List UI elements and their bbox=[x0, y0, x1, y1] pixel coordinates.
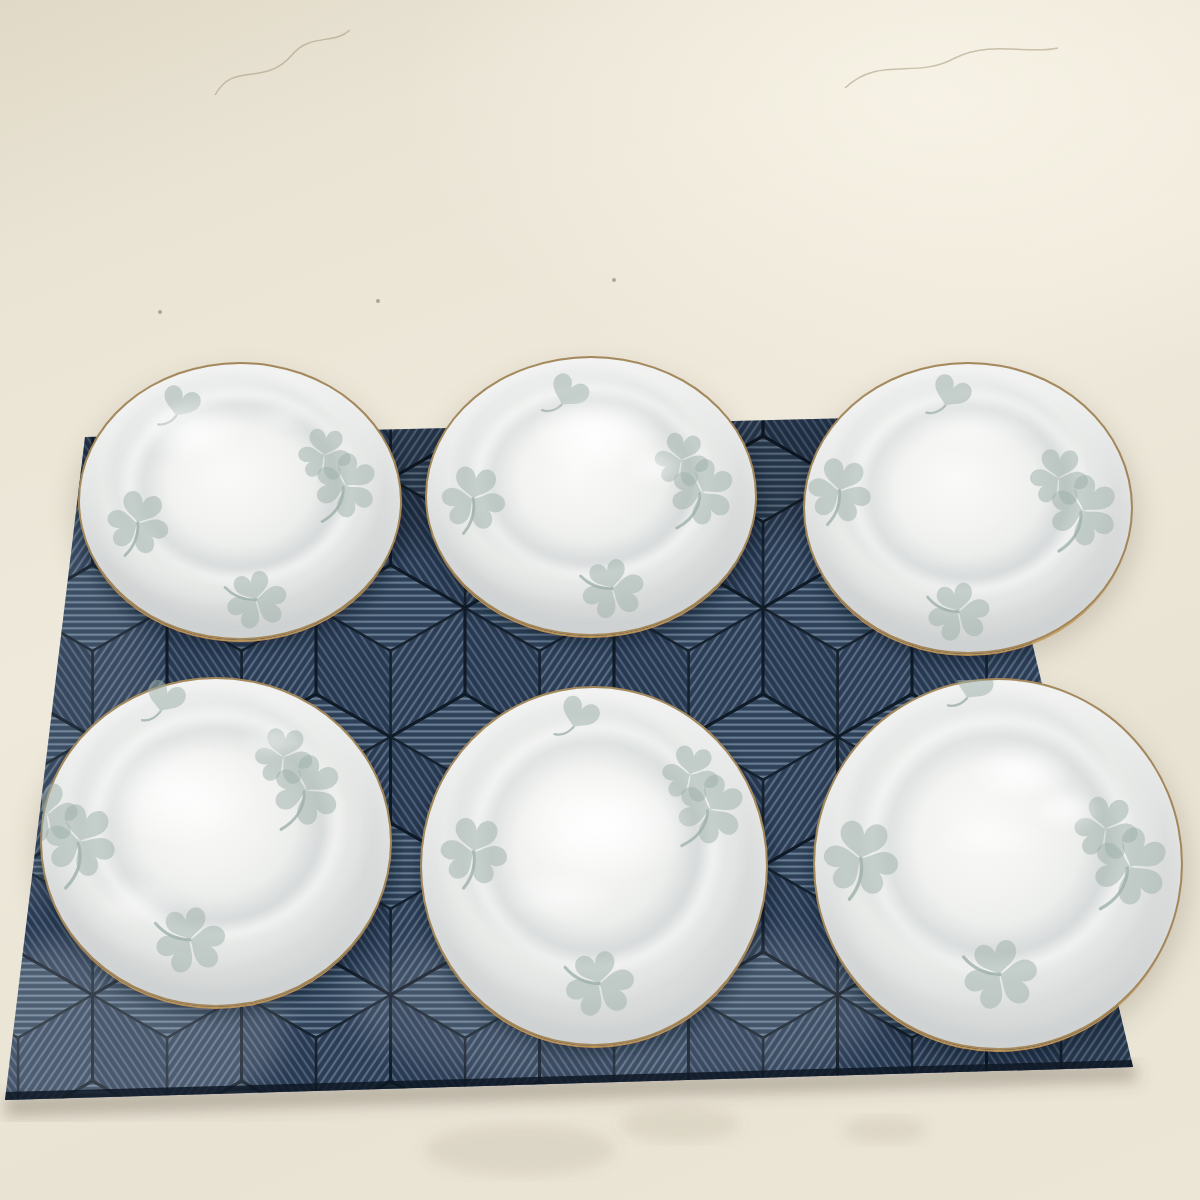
clover-decoration bbox=[805, 364, 1131, 652]
clover-decoration bbox=[427, 358, 755, 634]
leaf-motif bbox=[936, 680, 1003, 718]
clover-decoration bbox=[422, 688, 766, 1044]
plate-2 bbox=[425, 356, 757, 636]
clover-motif bbox=[557, 942, 640, 1026]
clover-motif bbox=[955, 930, 1043, 1020]
leaf-motif bbox=[533, 363, 598, 423]
clover-motif bbox=[439, 465, 509, 533]
clover-motif bbox=[221, 565, 290, 636]
plate-3 bbox=[803, 362, 1133, 654]
clover-motif bbox=[920, 574, 995, 650]
clover-motif bbox=[576, 553, 647, 625]
clover2-motif bbox=[280, 417, 397, 533]
clover2-motif bbox=[42, 768, 132, 894]
leaf-motif bbox=[127, 679, 197, 732]
clover-motif bbox=[101, 487, 175, 560]
leaf-motif bbox=[144, 372, 212, 437]
clover2-motif bbox=[1050, 782, 1181, 925]
clover2-motif bbox=[1012, 437, 1131, 561]
plate-6 bbox=[813, 678, 1183, 1050]
photo-scene bbox=[0, 0, 1200, 1200]
plate-1 bbox=[78, 362, 402, 640]
plate-4 bbox=[40, 677, 392, 1007]
clover2-motif bbox=[637, 731, 766, 863]
clover-motif bbox=[147, 898, 231, 983]
clover-motif bbox=[805, 455, 877, 527]
clover2-motif bbox=[634, 420, 755, 542]
leaf-motif bbox=[543, 688, 610, 747]
clover-decoration bbox=[80, 364, 400, 638]
clover-motif bbox=[438, 817, 511, 888]
plate-5 bbox=[420, 686, 768, 1046]
clover2-motif bbox=[235, 715, 362, 841]
leaf-motif bbox=[915, 364, 982, 425]
clover-decoration bbox=[815, 680, 1181, 1048]
clover-motif bbox=[821, 819, 903, 899]
clover-decoration bbox=[42, 679, 390, 1005]
